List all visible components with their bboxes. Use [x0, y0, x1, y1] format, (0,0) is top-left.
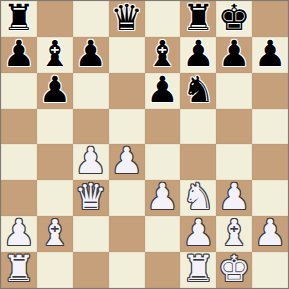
square-h2[interactable]: ♟ [252, 216, 288, 252]
black-king[interactable]: ♚ [218, 0, 250, 36]
square-f7[interactable]: ♟ [180, 37, 216, 73]
square-a8[interactable]: ♜ [1, 1, 37, 37]
square-d4[interactable]: ♟ [109, 144, 145, 180]
square-f6[interactable]: ♞ [180, 73, 216, 109]
square-g5[interactable] [216, 109, 252, 144]
square-b8[interactable] [37, 1, 73, 37]
square-e1[interactable] [145, 252, 181, 288]
square-e5[interactable] [145, 109, 181, 144]
square-g4[interactable] [216, 144, 252, 180]
square-b4[interactable] [37, 144, 73, 180]
square-e4[interactable] [145, 144, 181, 180]
square-e3[interactable]: ♟ [145, 180, 181, 216]
square-e7[interactable]: ♝ [145, 37, 181, 73]
square-a7[interactable]: ♟ [1, 37, 37, 73]
square-g2[interactable]: ♝ [216, 216, 252, 252]
square-a2[interactable]: ♟ [1, 216, 37, 252]
black-pawn[interactable]: ♟ [146, 72, 178, 108]
square-e2[interactable] [145, 216, 181, 252]
square-f4[interactable] [180, 144, 216, 180]
square-g6[interactable] [216, 73, 252, 109]
square-h8[interactable] [252, 1, 288, 37]
white-pawn[interactable]: ♟ [146, 179, 178, 215]
square-a1[interactable]: ♜ [1, 252, 37, 288]
black-pawn[interactable]: ♟ [218, 36, 250, 72]
white-knight[interactable]: ♞ [182, 179, 214, 215]
square-h7[interactable]: ♟ [252, 37, 288, 73]
square-f1[interactable]: ♜ [180, 252, 216, 288]
white-pawn[interactable]: ♟ [3, 215, 35, 251]
square-a6[interactable] [1, 73, 37, 109]
square-f3[interactable]: ♞ [180, 180, 216, 216]
white-king[interactable]: ♚ [218, 251, 250, 287]
black-pawn[interactable]: ♟ [75, 36, 107, 72]
white-pawn[interactable]: ♟ [254, 215, 286, 251]
square-d7[interactable] [109, 37, 145, 73]
square-c1[interactable] [73, 252, 109, 288]
square-h4[interactable] [252, 144, 288, 180]
black-knight[interactable]: ♞ [182, 72, 214, 108]
black-pawn[interactable]: ♟ [39, 72, 71, 108]
square-c4[interactable]: ♟ [73, 144, 109, 180]
black-pawn[interactable]: ♟ [182, 36, 214, 72]
square-b3[interactable] [37, 180, 73, 216]
square-h6[interactable] [252, 73, 288, 109]
square-g8[interactable]: ♚ [216, 1, 252, 37]
square-c2[interactable] [73, 216, 109, 252]
black-pawn[interactable]: ♟ [3, 36, 35, 72]
square-b1[interactable] [37, 252, 73, 288]
square-d5[interactable] [109, 109, 145, 144]
square-c6[interactable] [73, 73, 109, 109]
square-h5[interactable] [252, 109, 288, 144]
square-h1[interactable] [252, 252, 288, 288]
chess-board: ♜♛♜♚♟♝♟♝♟♟♟♟♟♞♟♟♛♟♞♟♟♝♟♝♟♜♜♚ [0, 0, 289, 289]
black-bishop[interactable]: ♝ [39, 36, 71, 72]
black-rook[interactable]: ♜ [182, 0, 214, 36]
square-b5[interactable] [37, 109, 73, 144]
white-pawn[interactable]: ♟ [75, 143, 107, 179]
white-bishop[interactable]: ♝ [218, 215, 250, 251]
white-pawn[interactable]: ♟ [182, 215, 214, 251]
square-g1[interactable]: ♚ [216, 252, 252, 288]
white-pawn[interactable]: ♟ [110, 143, 142, 179]
black-pawn[interactable]: ♟ [254, 36, 286, 72]
square-c5[interactable] [73, 109, 109, 144]
square-c8[interactable] [73, 1, 109, 37]
square-c3[interactable]: ♛ [73, 180, 109, 216]
square-c7[interactable]: ♟ [73, 37, 109, 73]
square-d8[interactable]: ♛ [109, 1, 145, 37]
white-queen[interactable]: ♛ [75, 179, 107, 215]
white-rook[interactable]: ♜ [3, 251, 35, 287]
square-g3[interactable]: ♟ [216, 180, 252, 216]
square-f2[interactable]: ♟ [180, 216, 216, 252]
square-e6[interactable]: ♟ [145, 73, 181, 109]
square-d3[interactable] [109, 180, 145, 216]
square-e8[interactable] [145, 1, 181, 37]
square-d2[interactable] [109, 216, 145, 252]
square-h3[interactable] [252, 180, 288, 216]
square-b6[interactable]: ♟ [37, 73, 73, 109]
square-b7[interactable]: ♝ [37, 37, 73, 73]
square-b2[interactable]: ♝ [37, 216, 73, 252]
black-rook[interactable]: ♜ [3, 0, 35, 36]
square-f8[interactable]: ♜ [180, 1, 216, 37]
white-rook[interactable]: ♜ [182, 251, 214, 287]
black-queen[interactable]: ♛ [110, 0, 142, 36]
square-g7[interactable]: ♟ [216, 37, 252, 73]
square-a5[interactable] [1, 109, 37, 144]
square-f5[interactable] [180, 109, 216, 144]
white-pawn[interactable]: ♟ [218, 179, 250, 215]
square-a4[interactable] [1, 144, 37, 180]
square-a3[interactable] [1, 180, 37, 216]
black-bishop[interactable]: ♝ [146, 36, 178, 72]
square-d1[interactable] [109, 252, 145, 288]
white-bishop[interactable]: ♝ [39, 215, 71, 251]
square-d6[interactable] [109, 73, 145, 109]
